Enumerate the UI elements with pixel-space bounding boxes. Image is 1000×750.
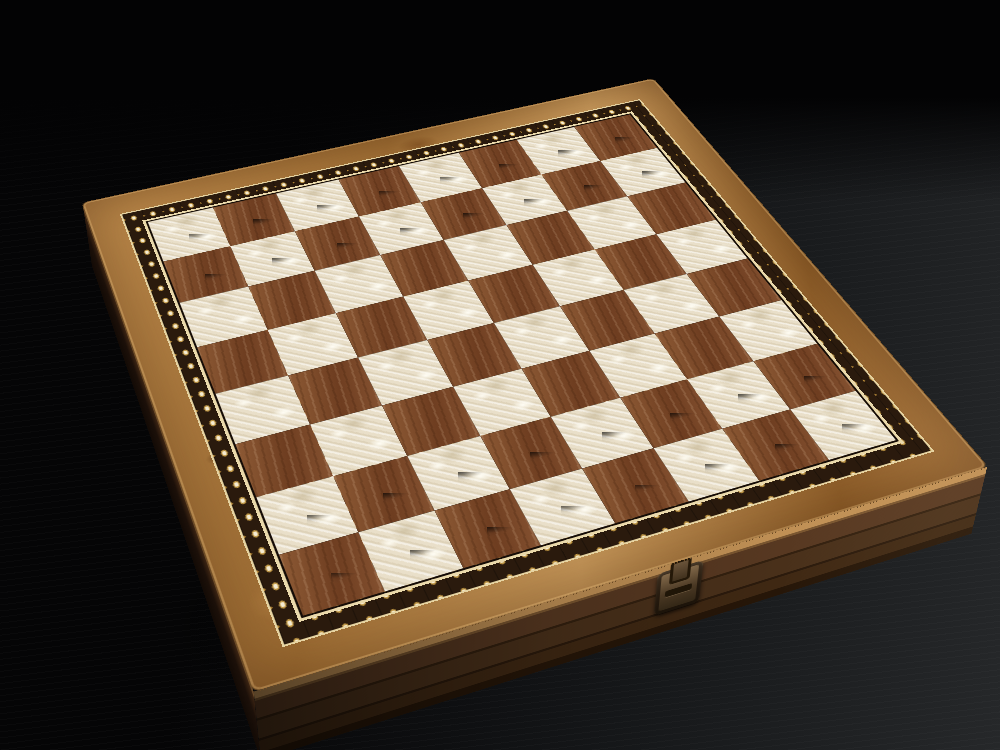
black-pawn-glyph: ♟ (569, 156, 599, 189)
black-pawn-glyph: ♟ (256, 227, 288, 262)
black-pawn-glyph: ♟ (189, 242, 221, 278)
black-bishop-glyph: ♝ (295, 163, 338, 211)
white-bishop-glyph: ♝ (680, 414, 731, 471)
white-pawn-glyph: ♟ (288, 478, 326, 520)
white-king-glyph: ♚ (604, 424, 666, 493)
white-pawn-glyph: ♟ (787, 342, 821, 380)
white-bishop-glyph: ♝ (460, 475, 513, 534)
black-bishop-glyph: ♝ (479, 123, 520, 169)
black-rook-glyph: ♜ (598, 103, 632, 141)
black-pawn-glyph: ♟ (321, 212, 352, 247)
white-knight-glyph: ♞ (385, 500, 436, 557)
white-pawn-glyph: ♟ (365, 457, 402, 498)
black-pawn-glyph: ♟ (627, 142, 657, 175)
black-queen-glyph: ♛ (355, 144, 402, 197)
white-rook-glyph: ♜ (308, 527, 354, 579)
white-knight-glyph: ♞ (751, 397, 799, 450)
white-rook-glyph: ♜ (821, 383, 863, 430)
black-pawn-glyph: ♟ (385, 198, 416, 233)
latch-clasp[interactable] (653, 560, 703, 616)
white-queen-glyph: ♛ (532, 448, 591, 513)
black-knight-glyph: ♞ (539, 112, 578, 155)
scene: ♜♞♝♛♚♝♞♜♟♟♟♟♟♟♟♟♟♟♟♟♟♟♟♟♜♞♝♛♚♝♞♜ (0, 0, 1000, 750)
white-pawn-glyph: ♟ (721, 360, 756, 399)
black-rook-glyph: ♜ (170, 198, 207, 239)
black-king-glyph: ♚ (415, 128, 465, 184)
black-pawn-glyph: ♟ (509, 169, 539, 203)
black-pawn-glyph: ♟ (448, 183, 479, 217)
black-knight-glyph: ♞ (233, 179, 274, 224)
